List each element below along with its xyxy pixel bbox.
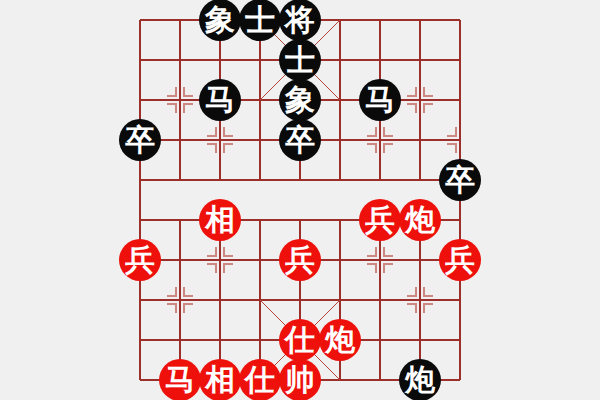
- piece-black-horse[interactable]: 马: [199, 79, 241, 121]
- piece-red-soldier[interactable]: 兵: [439, 239, 481, 281]
- piece-black-general[interactable]: 将: [279, 0, 321, 41]
- piece-red-cannon[interactable]: 炮: [319, 319, 361, 361]
- piece-red-advisor[interactable]: 仕: [279, 319, 321, 361]
- xiangqi-board-screen: 象士将士马象马卒卒卒相兵炮兵兵兵仕炮马相仕帅炮: [0, 0, 600, 400]
- piece-black-soldier[interactable]: 卒: [439, 159, 481, 201]
- piece-black-soldier[interactable]: 卒: [119, 119, 161, 161]
- piece-red-cannon[interactable]: 炮: [399, 199, 441, 241]
- piece-black-horse[interactable]: 马: [359, 79, 401, 121]
- piece-red-elephant[interactable]: 相: [199, 359, 241, 400]
- piece-black-advisor[interactable]: 士: [279, 39, 321, 81]
- pieces-layer: 象士将士马象马卒卒卒相兵炮兵兵兵仕炮马相仕帅炮: [0, 0, 600, 400]
- piece-black-soldier[interactable]: 卒: [279, 119, 321, 161]
- piece-red-soldier[interactable]: 兵: [359, 199, 401, 241]
- piece-red-general[interactable]: 帅: [279, 359, 321, 400]
- piece-black-cannon[interactable]: 炮: [399, 359, 441, 400]
- piece-black-advisor[interactable]: 士: [239, 0, 281, 41]
- piece-red-soldier[interactable]: 兵: [279, 239, 321, 281]
- piece-red-elephant[interactable]: 相: [199, 199, 241, 241]
- piece-red-soldier[interactable]: 兵: [119, 239, 161, 281]
- piece-red-advisor[interactable]: 仕: [239, 359, 281, 400]
- piece-red-horse[interactable]: 马: [159, 359, 201, 400]
- piece-black-elephant[interactable]: 象: [279, 79, 321, 121]
- piece-black-elephant[interactable]: 象: [199, 0, 241, 41]
